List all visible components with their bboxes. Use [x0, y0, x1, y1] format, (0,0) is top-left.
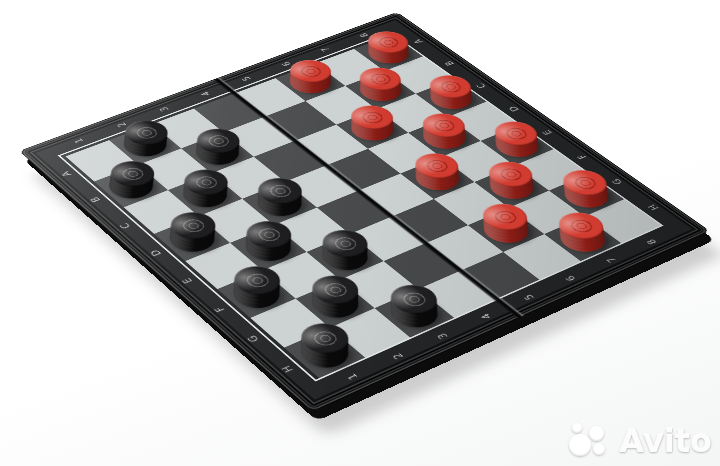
checker-black-man-E2[interactable] — [237, 229, 300, 266]
avito-logo-icon — [569, 423, 609, 459]
checker-red-man-D7[interactable] — [415, 121, 474, 154]
checker-black-man-G2[interactable] — [303, 284, 368, 323]
checker-black-man-D1[interactable] — [161, 220, 223, 257]
avito-logo-dot-medium — [589, 426, 604, 441]
checker-red-man-E8[interactable] — [487, 129, 547, 162]
checker-red-man-C6[interactable] — [343, 112, 402, 145]
checker-red-man-H7[interactable] — [551, 220, 614, 257]
checker-red-man-G8[interactable] — [556, 178, 618, 213]
checker-black-man-B3[interactable] — [188, 136, 248, 170]
checker-black-man-F1[interactable] — [224, 275, 288, 314]
checker-red-man-C8[interactable] — [422, 82, 480, 113]
avito-watermark-text: Avito — [619, 422, 712, 460]
board: 1234567812345678ABCDEFGHABCDEFGH — [19, 12, 710, 412]
avito-logo-dot-large — [569, 434, 591, 456]
checker-black-man-B1[interactable] — [101, 169, 162, 204]
checker-red-man-B7[interactable] — [352, 74, 410, 105]
avito-logo-dot-small — [572, 423, 582, 433]
checker-black-man-C2[interactable] — [175, 177, 236, 212]
pieces-layer — [19, 12, 710, 412]
checker-red-man-G6[interactable] — [475, 212, 538, 248]
checker-red-man-A8[interactable] — [360, 38, 417, 68]
checker-black-man-D3[interactable] — [249, 186, 310, 222]
product-photo: 1234567812345678ABCDEFGHABCDEFGH Avito — [0, 0, 720, 466]
avito-watermark: Avito — [569, 422, 712, 460]
checker-red-man-A6[interactable] — [282, 67, 339, 98]
checker-black-man-A2[interactable] — [116, 128, 175, 161]
checker-black-man-H3[interactable] — [382, 293, 447, 333]
checker-black-man-H1[interactable] — [291, 332, 357, 373]
checker-red-man-E6[interactable] — [407, 161, 468, 195]
checker-black-man-F3[interactable] — [313, 238, 376, 276]
avito-logo-dot-small2 — [593, 443, 605, 455]
checker-red-man-F7[interactable] — [481, 169, 542, 204]
